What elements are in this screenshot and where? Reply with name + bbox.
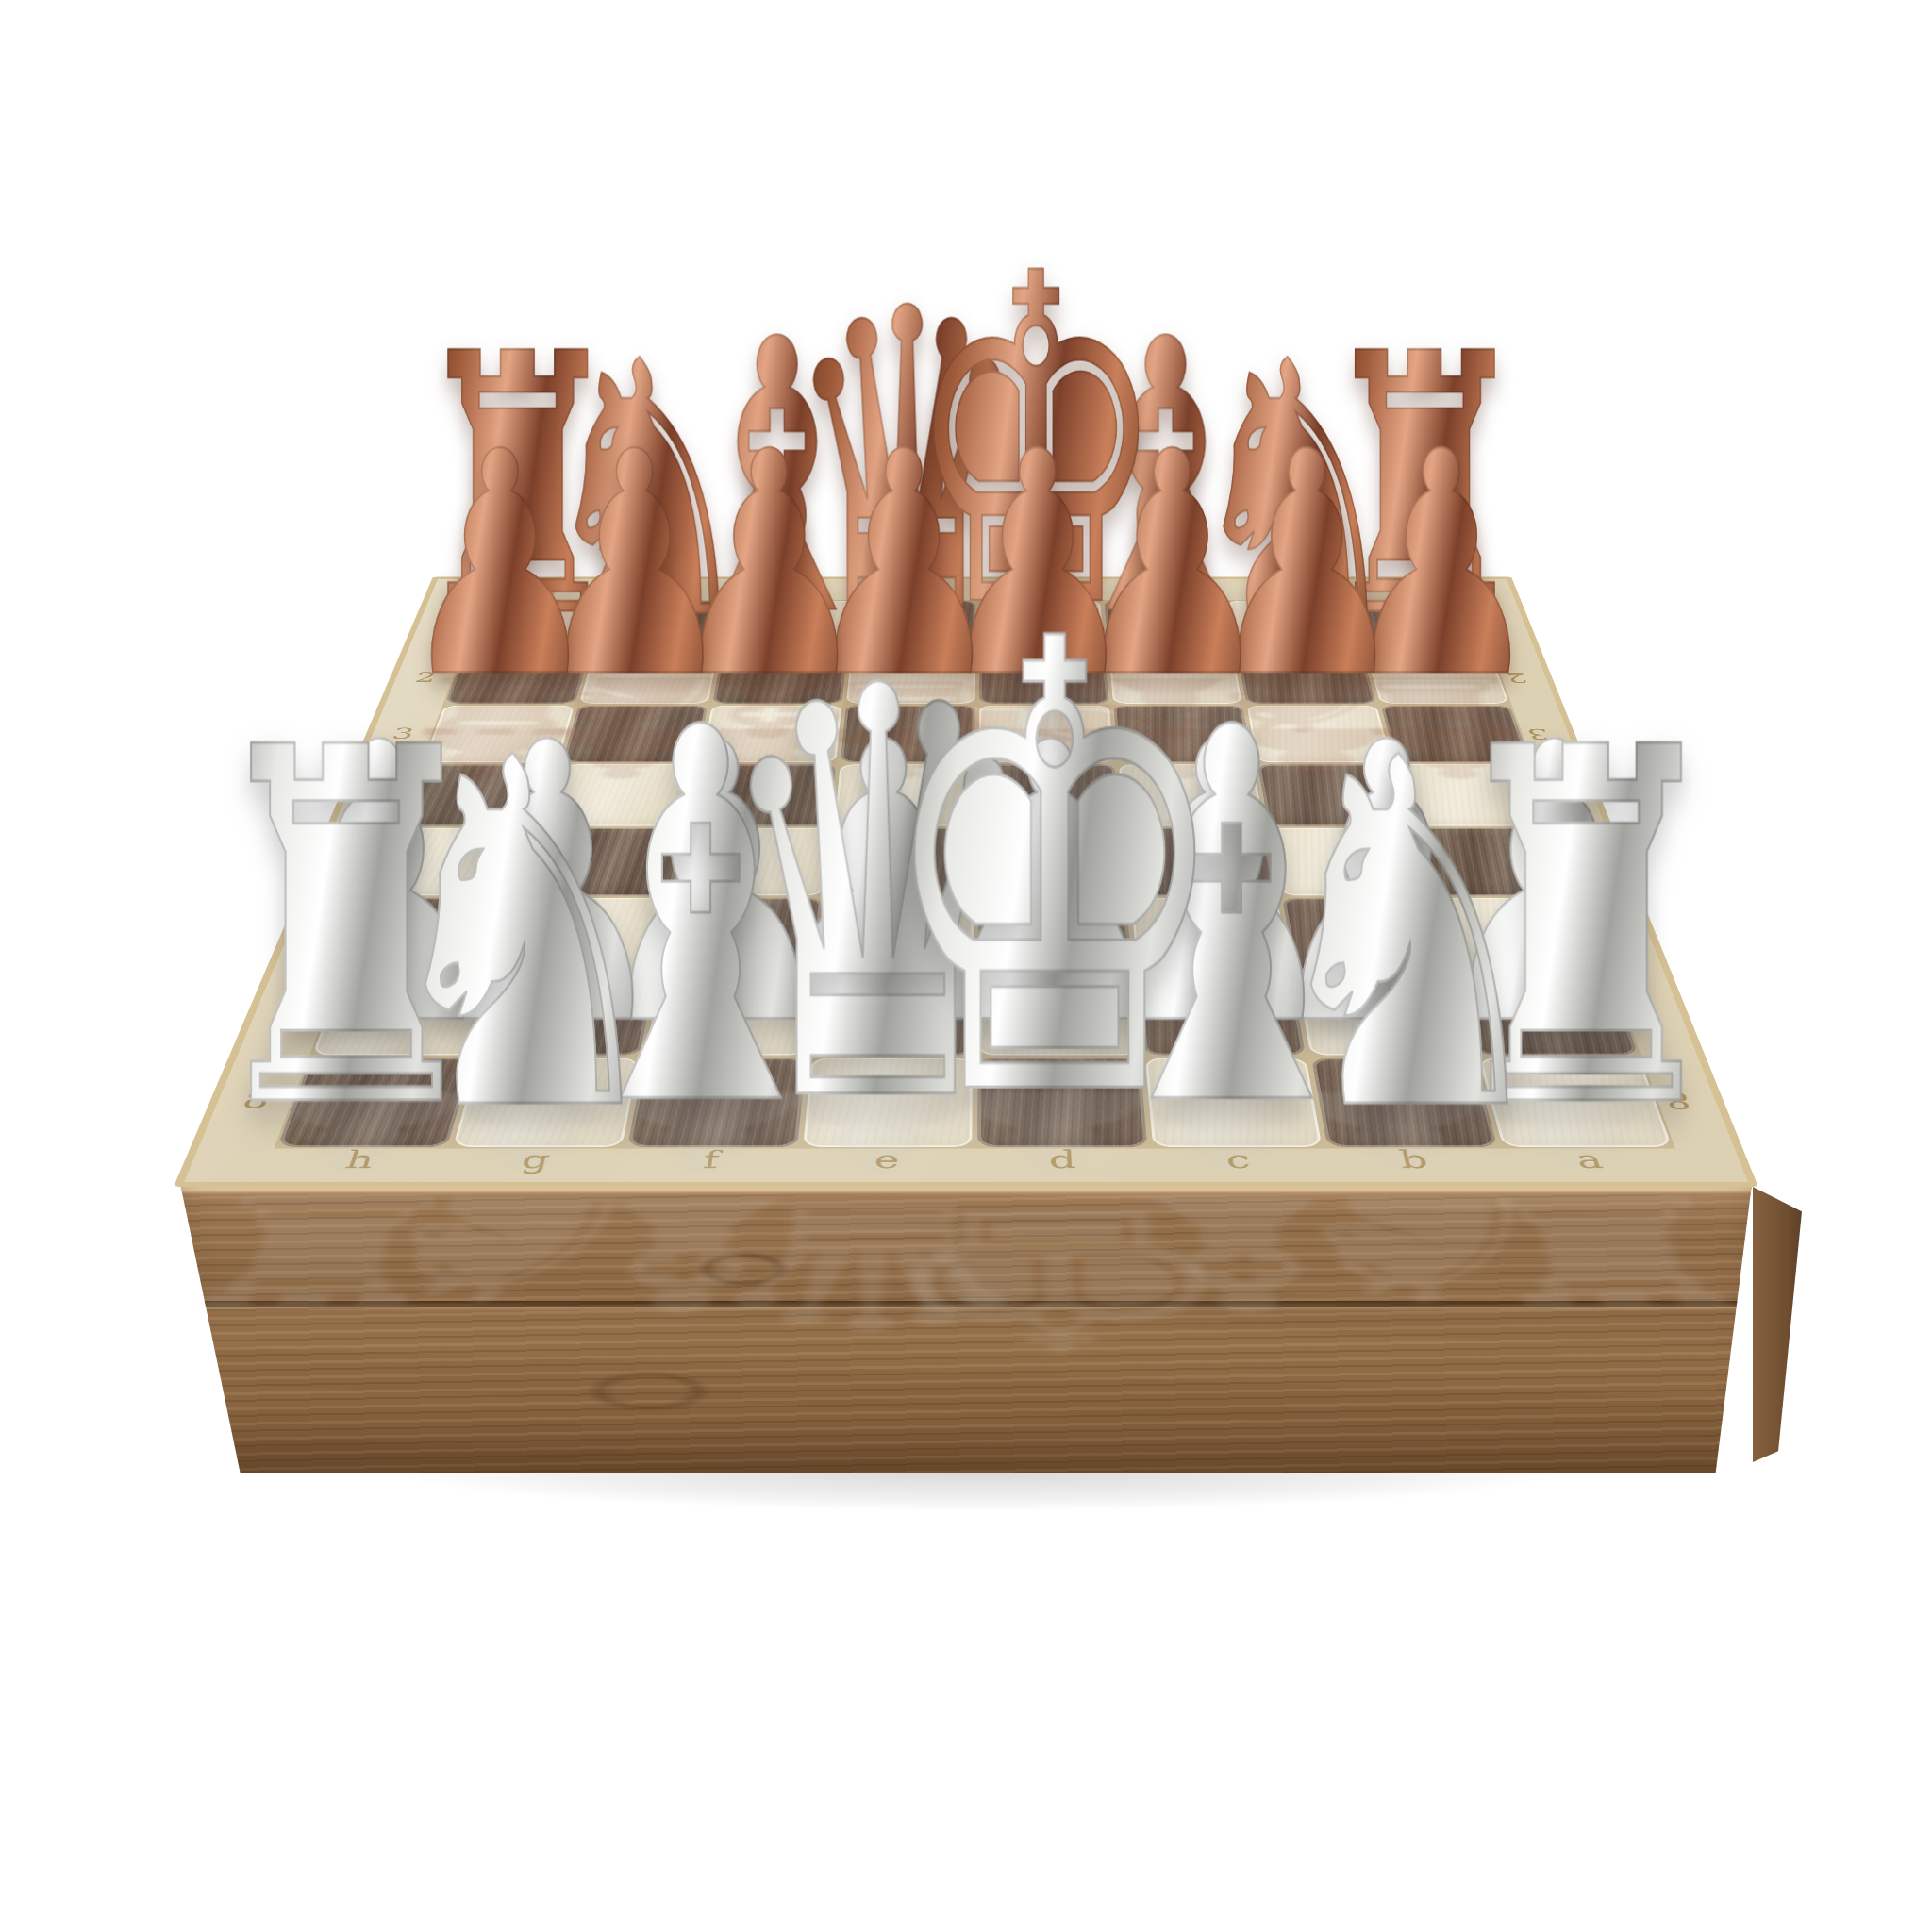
square-d5 xyxy=(978,828,1125,895)
file-labels-top: hgfedcba xyxy=(484,579,1471,601)
square-g7 xyxy=(478,974,656,1055)
square-e8 xyxy=(803,1058,973,1147)
square-a5 xyxy=(1414,828,1579,895)
square-e7 xyxy=(811,974,973,1055)
square-f8 xyxy=(627,1058,806,1147)
square-d6 xyxy=(978,898,1132,972)
square-d1 xyxy=(979,601,1104,650)
square-c1 xyxy=(1104,601,1232,650)
square-g4 xyxy=(544,764,697,826)
board-grid xyxy=(277,601,1673,1147)
square-g6 xyxy=(503,898,671,972)
file-labels-top-h: h xyxy=(484,579,613,601)
chess-board-3d: 12345678 12345678 hgfedcba hgfedcba ♜♜♞♞… xyxy=(174,577,1758,1187)
square-f4 xyxy=(689,764,835,826)
square-h6 xyxy=(343,898,518,972)
square-f3 xyxy=(701,706,841,762)
square-b5 xyxy=(1269,828,1428,895)
square-h8 xyxy=(277,1058,473,1147)
square-c8 xyxy=(1144,1058,1322,1147)
square-f7 xyxy=(645,974,814,1055)
square-e3 xyxy=(841,706,975,762)
square-f1 xyxy=(723,601,852,650)
square-g8 xyxy=(452,1058,639,1147)
file-labels-top-e: e xyxy=(855,579,978,601)
square-a7 xyxy=(1455,974,1639,1055)
square-b4 xyxy=(1257,764,1409,826)
square-e4 xyxy=(834,764,974,826)
square-h7 xyxy=(312,974,497,1055)
square-h3 xyxy=(423,706,574,762)
chess-board-surface: 12345678 12345678 hgfedcba hgfedcba xyxy=(174,577,1758,1187)
square-f2 xyxy=(712,651,847,704)
square-a1 xyxy=(1352,601,1490,650)
square-d2 xyxy=(979,651,1108,704)
square-e1 xyxy=(851,601,975,650)
file-labels-top-a: a xyxy=(1342,579,1472,601)
square-a4 xyxy=(1397,764,1555,826)
square-h4 xyxy=(399,764,558,826)
square-d4 xyxy=(979,764,1120,826)
square-f5 xyxy=(675,828,829,895)
square-h1 xyxy=(466,601,605,650)
file-labels-top-d: d xyxy=(978,579,1102,601)
square-a6 xyxy=(1434,898,1607,972)
file-labels-top-b: b xyxy=(1221,579,1348,601)
square-g3 xyxy=(562,706,708,762)
square-d3 xyxy=(979,706,1114,762)
reflection-silver-rook-h8: ♜ xyxy=(133,1175,497,1324)
square-b3 xyxy=(1247,706,1392,762)
square-d8 xyxy=(977,1058,1147,1147)
square-b1 xyxy=(1227,601,1360,650)
square-a8 xyxy=(1478,1058,1673,1147)
square-c5 xyxy=(1124,828,1276,895)
square-f6 xyxy=(661,898,823,972)
square-a2 xyxy=(1365,651,1508,704)
square-g5 xyxy=(525,828,684,895)
square-g1 xyxy=(594,601,728,650)
square-e2 xyxy=(846,651,975,704)
square-c6 xyxy=(1130,898,1291,972)
square-c7 xyxy=(1137,974,1306,1055)
square-h5 xyxy=(373,828,539,895)
square-g2 xyxy=(579,651,719,704)
square-d7 xyxy=(978,974,1140,1055)
square-b2 xyxy=(1237,651,1375,704)
square-c2 xyxy=(1108,651,1242,704)
square-c3 xyxy=(1113,706,1253,762)
square-e6 xyxy=(820,898,974,972)
square-h2 xyxy=(445,651,590,704)
product-photo-scene: 12345678 12345678 hgfedcba hgfedcba ♜♜♞♞… xyxy=(0,0,1932,1932)
square-c4 xyxy=(1118,764,1264,826)
file-labels-top-c: c xyxy=(1099,579,1224,601)
square-b8 xyxy=(1311,1058,1497,1147)
square-b7 xyxy=(1296,974,1473,1055)
square-a3 xyxy=(1380,706,1530,762)
file-labels-top-g: g xyxy=(608,579,735,601)
square-b6 xyxy=(1282,898,1449,972)
file-labels-top-f: f xyxy=(731,579,857,601)
square-e5 xyxy=(827,828,974,895)
